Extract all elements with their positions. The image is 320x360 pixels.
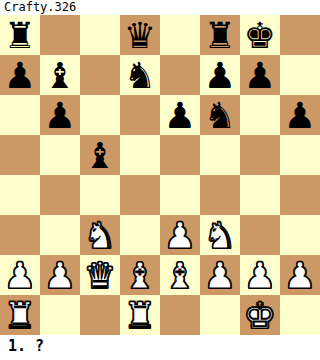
- piece-white-bishop[interactable]: ♝: [160, 255, 200, 295]
- square-d5[interactable]: [120, 135, 160, 175]
- square-h8[interactable]: [280, 15, 320, 55]
- square-e1[interactable]: [160, 295, 200, 335]
- square-d2[interactable]: ♝: [120, 255, 160, 295]
- square-e3[interactable]: ♟: [160, 215, 200, 255]
- square-b4[interactable]: [40, 175, 80, 215]
- square-g5[interactable]: [240, 135, 280, 175]
- square-e7[interactable]: [160, 55, 200, 95]
- square-e4[interactable]: [160, 175, 200, 215]
- piece-white-pawn[interactable]: ♟: [40, 255, 80, 295]
- square-e6[interactable]: ♟: [160, 95, 200, 135]
- piece-black-pawn[interactable]: ♟: [160, 95, 200, 135]
- square-c2[interactable]: ♛: [80, 255, 120, 295]
- square-a1[interactable]: ♜: [0, 295, 40, 335]
- square-g3[interactable]: [240, 215, 280, 255]
- piece-white-pawn[interactable]: ♟: [160, 215, 200, 255]
- piece-white-rook[interactable]: ♜: [120, 295, 160, 335]
- square-g7[interactable]: ♟: [240, 55, 280, 95]
- window-title: Crafty.326: [0, 0, 320, 15]
- square-d6[interactable]: [120, 95, 160, 135]
- square-h2[interactable]: ♟: [280, 255, 320, 295]
- piece-black-pawn[interactable]: ♟: [280, 95, 320, 135]
- square-h1[interactable]: [280, 295, 320, 335]
- crafty-window: Crafty.326 ♜♛♜♚♟♝♞♟♟♟♟♞♟♝♞♟♞♟♟♛♝♝♟♟♟♜♜♚ …: [0, 0, 320, 360]
- piece-black-bishop[interactable]: ♝: [40, 55, 80, 95]
- square-h5[interactable]: [280, 135, 320, 175]
- square-d4[interactable]: [120, 175, 160, 215]
- square-g6[interactable]: [240, 95, 280, 135]
- square-d3[interactable]: [120, 215, 160, 255]
- square-c5[interactable]: ♝: [80, 135, 120, 175]
- square-h4[interactable]: [280, 175, 320, 215]
- square-f7[interactable]: ♟: [200, 55, 240, 95]
- square-d1[interactable]: ♜: [120, 295, 160, 335]
- square-h3[interactable]: [280, 215, 320, 255]
- square-b2[interactable]: ♟: [40, 255, 80, 295]
- piece-white-pawn[interactable]: ♟: [240, 255, 280, 295]
- piece-white-rook[interactable]: ♜: [0, 295, 40, 335]
- square-e5[interactable]: [160, 135, 200, 175]
- square-f6[interactable]: ♞: [200, 95, 240, 135]
- piece-black-pawn[interactable]: ♟: [40, 95, 80, 135]
- square-e8[interactable]: [160, 15, 200, 55]
- square-c7[interactable]: [80, 55, 120, 95]
- square-f3[interactable]: ♞: [200, 215, 240, 255]
- piece-white-pawn[interactable]: ♟: [200, 255, 240, 295]
- piece-black-rook[interactable]: ♜: [0, 15, 40, 55]
- square-f1[interactable]: [200, 295, 240, 335]
- square-c3[interactable]: ♞: [80, 215, 120, 255]
- square-f5[interactable]: [200, 135, 240, 175]
- square-a7[interactable]: ♟: [0, 55, 40, 95]
- square-d8[interactable]: ♛: [120, 15, 160, 55]
- piece-black-king[interactable]: ♚: [240, 15, 280, 55]
- square-f4[interactable]: [200, 175, 240, 215]
- square-b7[interactable]: ♝: [40, 55, 80, 95]
- piece-black-pawn[interactable]: ♟: [0, 55, 40, 95]
- square-d7[interactable]: ♞: [120, 55, 160, 95]
- square-a5[interactable]: [0, 135, 40, 175]
- piece-black-queen[interactable]: ♛: [120, 15, 160, 55]
- square-c6[interactable]: [80, 95, 120, 135]
- square-h6[interactable]: ♟: [280, 95, 320, 135]
- square-a4[interactable]: [0, 175, 40, 215]
- piece-white-pawn[interactable]: ♟: [280, 255, 320, 295]
- square-c8[interactable]: [80, 15, 120, 55]
- square-f2[interactable]: ♟: [200, 255, 240, 295]
- chess-board: ♜♛♜♚♟♝♞♟♟♟♟♞♟♝♞♟♞♟♟♛♝♝♟♟♟♜♜♚: [0, 15, 320, 335]
- square-g2[interactable]: ♟: [240, 255, 280, 295]
- square-a6[interactable]: [0, 95, 40, 135]
- piece-white-knight[interactable]: ♞: [200, 215, 240, 255]
- square-g8[interactable]: ♚: [240, 15, 280, 55]
- square-b6[interactable]: ♟: [40, 95, 80, 135]
- square-a8[interactable]: ♜: [0, 15, 40, 55]
- square-g1[interactable]: ♚: [240, 295, 280, 335]
- piece-black-rook[interactable]: ♜: [200, 15, 240, 55]
- move-prompt: 1. ?: [0, 335, 320, 360]
- square-h7[interactable]: [280, 55, 320, 95]
- piece-black-pawn[interactable]: ♟: [200, 55, 240, 95]
- piece-white-knight[interactable]: ♞: [80, 215, 120, 255]
- square-a2[interactable]: ♟: [0, 255, 40, 295]
- square-b5[interactable]: [40, 135, 80, 175]
- square-f8[interactable]: ♜: [200, 15, 240, 55]
- piece-white-pawn[interactable]: ♟: [0, 255, 40, 295]
- piece-white-king[interactable]: ♚: [240, 295, 280, 335]
- square-a3[interactable]: [0, 215, 40, 255]
- piece-black-knight[interactable]: ♞: [200, 95, 240, 135]
- piece-black-bishop[interactable]: ♝: [80, 135, 120, 175]
- square-c1[interactable]: [80, 295, 120, 335]
- square-b1[interactable]: [40, 295, 80, 335]
- piece-white-bishop[interactable]: ♝: [120, 255, 160, 295]
- square-b3[interactable]: [40, 215, 80, 255]
- piece-black-pawn[interactable]: ♟: [240, 55, 280, 95]
- square-g4[interactable]: [240, 175, 280, 215]
- square-e2[interactable]: ♝: [160, 255, 200, 295]
- piece-white-queen[interactable]: ♛: [80, 255, 120, 295]
- square-c4[interactable]: [80, 175, 120, 215]
- piece-black-knight[interactable]: ♞: [120, 55, 160, 95]
- square-b8[interactable]: [40, 15, 80, 55]
